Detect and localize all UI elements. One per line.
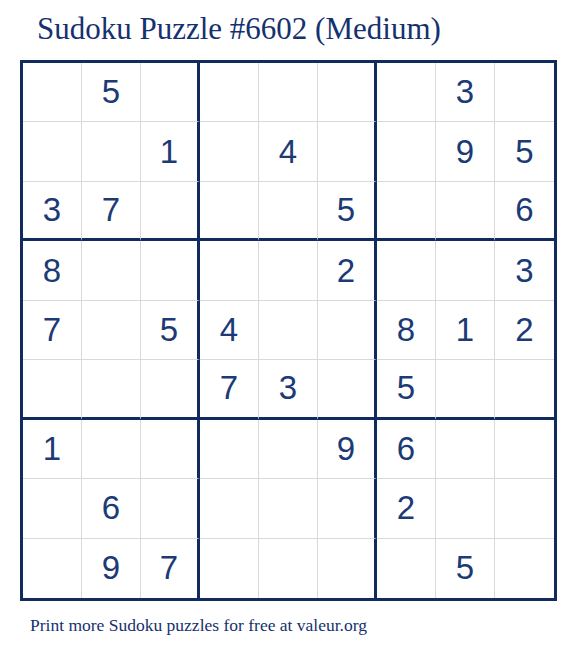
cell-r9c3[interactable]: 7 [141, 539, 200, 598]
cell-r2c2[interactable] [82, 122, 141, 181]
cell-r9c5[interactable] [259, 539, 318, 598]
cell-r2c4[interactable] [200, 122, 259, 181]
cell-r2c3[interactable]: 1 [141, 122, 200, 181]
cell-r9c7[interactable] [377, 539, 436, 598]
cell-r9c2[interactable]: 9 [82, 539, 141, 598]
cell-r2c6[interactable] [318, 122, 377, 181]
cell-r5c5[interactable] [259, 301, 318, 360]
cell-r8c8[interactable] [436, 479, 495, 538]
cell-r7c3[interactable] [141, 420, 200, 479]
cell-r5c4[interactable]: 4 [200, 301, 259, 360]
cell-r7c6[interactable]: 9 [318, 420, 377, 479]
cell-r3c5[interactable] [259, 182, 318, 241]
cell-r1c9[interactable] [495, 63, 554, 122]
cell-r8c3[interactable] [141, 479, 200, 538]
cell-r6c5[interactable]: 3 [259, 360, 318, 419]
cell-r4c4[interactable] [200, 241, 259, 300]
cell-r5c7[interactable]: 8 [377, 301, 436, 360]
cell-r4c5[interactable] [259, 241, 318, 300]
cell-r5c8[interactable]: 1 [436, 301, 495, 360]
cell-r7c1[interactable]: 1 [23, 420, 82, 479]
cell-r1c2[interactable]: 5 [82, 63, 141, 122]
sudoku-grid: 531495375682375481273519662975 [20, 60, 557, 601]
cell-r9c4[interactable] [200, 539, 259, 598]
cell-r7c5[interactable] [259, 420, 318, 479]
cell-r6c8[interactable] [436, 360, 495, 419]
cell-r7c4[interactable] [200, 420, 259, 479]
cell-r2c7[interactable] [377, 122, 436, 181]
cell-r4c8[interactable] [436, 241, 495, 300]
cell-r1c1[interactable] [23, 63, 82, 122]
cell-r6c2[interactable] [82, 360, 141, 419]
cell-r1c6[interactable] [318, 63, 377, 122]
cell-r7c9[interactable] [495, 420, 554, 479]
cell-r8c5[interactable] [259, 479, 318, 538]
cell-r8c7[interactable]: 2 [377, 479, 436, 538]
cell-r6c7[interactable]: 5 [377, 360, 436, 419]
footer-text: Print more Sudoku puzzles for free at va… [30, 615, 367, 636]
cell-r6c9[interactable] [495, 360, 554, 419]
cell-r3c4[interactable] [200, 182, 259, 241]
cell-r8c9[interactable] [495, 479, 554, 538]
cell-r6c6[interactable] [318, 360, 377, 419]
cell-r3c3[interactable] [141, 182, 200, 241]
cell-r1c8[interactable]: 3 [436, 63, 495, 122]
cell-r3c8[interactable] [436, 182, 495, 241]
sudoku-page: Sudoku Puzzle #6602 (Medium) 53149537568… [0, 0, 574, 651]
cell-r3c1[interactable]: 3 [23, 182, 82, 241]
cell-r6c4[interactable]: 7 [200, 360, 259, 419]
cell-r6c1[interactable] [23, 360, 82, 419]
cell-r4c1[interactable]: 8 [23, 241, 82, 300]
cell-r3c9[interactable]: 6 [495, 182, 554, 241]
cell-r7c8[interactable] [436, 420, 495, 479]
cell-r3c6[interactable]: 5 [318, 182, 377, 241]
cell-r4c2[interactable] [82, 241, 141, 300]
cell-r9c8[interactable]: 5 [436, 539, 495, 598]
cell-r9c1[interactable] [23, 539, 82, 598]
cell-r5c9[interactable]: 2 [495, 301, 554, 360]
cell-r4c7[interactable] [377, 241, 436, 300]
cell-r8c2[interactable]: 6 [82, 479, 141, 538]
cell-r8c1[interactable] [23, 479, 82, 538]
cell-r4c3[interactable] [141, 241, 200, 300]
cell-r5c2[interactable] [82, 301, 141, 360]
cell-r8c4[interactable] [200, 479, 259, 538]
cell-r1c3[interactable] [141, 63, 200, 122]
cell-r4c6[interactable]: 2 [318, 241, 377, 300]
cell-r7c2[interactable] [82, 420, 141, 479]
page-title: Sudoku Puzzle #6602 (Medium) [37, 10, 441, 47]
cell-r2c9[interactable]: 5 [495, 122, 554, 181]
cell-r6c3[interactable] [141, 360, 200, 419]
cell-r5c6[interactable] [318, 301, 377, 360]
cell-r2c1[interactable] [23, 122, 82, 181]
cell-r1c4[interactable] [200, 63, 259, 122]
cell-r7c7[interactable]: 6 [377, 420, 436, 479]
cell-r1c7[interactable] [377, 63, 436, 122]
cell-r9c9[interactable] [495, 539, 554, 598]
cell-r2c5[interactable]: 4 [259, 122, 318, 181]
cell-r5c3[interactable]: 5 [141, 301, 200, 360]
cell-r5c1[interactable]: 7 [23, 301, 82, 360]
cell-r3c7[interactable] [377, 182, 436, 241]
cell-r9c6[interactable] [318, 539, 377, 598]
cell-r3c2[interactable]: 7 [82, 182, 141, 241]
cell-r2c8[interactable]: 9 [436, 122, 495, 181]
cell-r1c5[interactable] [259, 63, 318, 122]
cell-r4c9[interactable]: 3 [495, 241, 554, 300]
cell-r8c6[interactable] [318, 479, 377, 538]
